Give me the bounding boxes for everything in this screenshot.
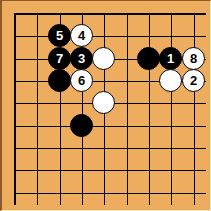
go-board: 54731862 xyxy=(0,0,211,211)
grid-vline xyxy=(37,13,38,205)
grid-hline xyxy=(14,126,206,127)
grid-hline xyxy=(14,170,206,171)
grid-vline xyxy=(194,13,195,205)
stone-black-plain xyxy=(137,47,160,70)
stone-black-5: 5 xyxy=(48,24,71,47)
move-number: 6 xyxy=(78,74,85,87)
stone-white-plain xyxy=(159,69,182,92)
stone-black-plain xyxy=(48,69,71,92)
stone-white-2: 2 xyxy=(182,69,205,92)
grid-vline xyxy=(127,13,128,205)
stone-white-plain xyxy=(92,91,115,114)
grid-vline xyxy=(171,13,172,205)
grid-hline xyxy=(14,13,206,15)
stone-white-4: 4 xyxy=(70,24,93,47)
stone-black-1: 1 xyxy=(159,47,182,70)
grid-vline xyxy=(149,13,150,205)
stone-white-plain xyxy=(92,47,115,70)
move-number: 8 xyxy=(190,52,197,65)
grid-vline xyxy=(14,13,16,205)
move-number: 1 xyxy=(167,52,174,65)
grid-hline xyxy=(14,148,206,149)
move-number: 5 xyxy=(56,29,63,42)
go-diagram: 54731862 xyxy=(0,0,211,211)
move-number: 3 xyxy=(78,52,85,65)
stone-black-7: 7 xyxy=(48,47,71,70)
grid-hline xyxy=(14,36,206,37)
stone-white-6: 6 xyxy=(70,69,93,92)
move-number: 7 xyxy=(56,52,63,65)
stone-white-8: 8 xyxy=(182,47,205,70)
move-number: 2 xyxy=(190,74,197,87)
stone-black-plain xyxy=(70,114,93,137)
move-number: 4 xyxy=(78,29,85,42)
stone-black-3: 3 xyxy=(70,47,93,70)
grid-hline xyxy=(14,193,206,194)
